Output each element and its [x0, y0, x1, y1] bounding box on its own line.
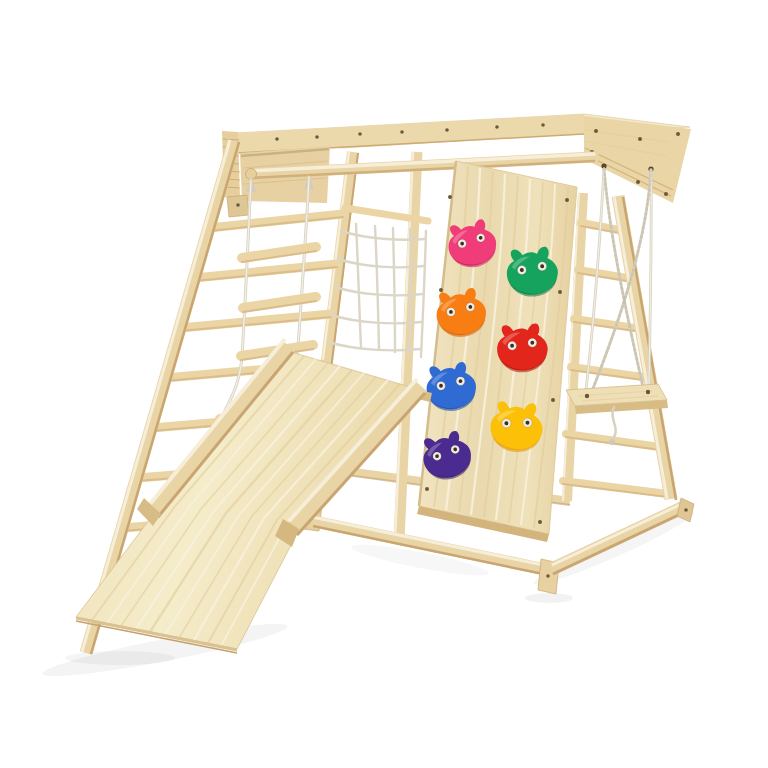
right-ladder [563, 193, 676, 501]
top-frame-front-strip [236, 114, 584, 153]
climbing-gym-illustration [0, 0, 768, 768]
bar-end-cap [246, 169, 257, 180]
swing-rope-tail [612, 407, 616, 440]
product-photo-canvas [0, 0, 768, 768]
top-frame-right-box [584, 116, 691, 203]
rope-knot [609, 439, 615, 445]
front-right-base-rail [552, 506, 686, 569]
right-ladder-front-rail [618, 196, 671, 499]
climbing-wall [417, 161, 577, 542]
